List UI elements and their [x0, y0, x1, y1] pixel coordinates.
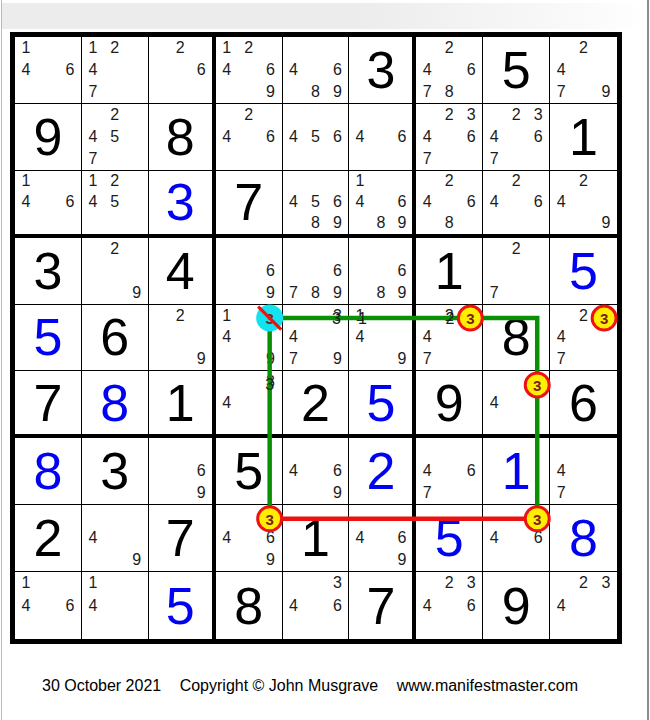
- empty-slot: [505, 527, 527, 549]
- cell-r8c1[interactable]: 2: [15, 505, 82, 572]
- cell-r8c9[interactable]: 8: [550, 505, 617, 572]
- candidate-9: 9: [595, 213, 617, 234]
- candidate-2: 2: [505, 104, 527, 126]
- candidate-6: 6: [391, 192, 412, 213]
- candidate-1: 1: [82, 572, 104, 594]
- empty-slot: [391, 505, 412, 527]
- candidate-4: 4: [82, 594, 104, 616]
- empty-slot: [238, 549, 260, 571]
- candidate-2: 2: [505, 238, 527, 260]
- cell-r8c6[interactable]: 469: [349, 505, 416, 572]
- pencil-marks: 14689: [349, 171, 412, 234]
- candidate-2: 2: [104, 238, 126, 260]
- empty-slot: [370, 104, 391, 126]
- empty-slot: [82, 260, 104, 282]
- empty-slot: [126, 572, 148, 594]
- cell-r7c6[interactable]: 2: [349, 438, 416, 505]
- candidate-9: 9: [391, 282, 412, 304]
- cell-r3c2[interactable]: 1245: [82, 171, 149, 238]
- candidate-7: 7: [483, 148, 505, 170]
- empty-slot: [326, 438, 348, 460]
- candidate-4: 4: [283, 59, 305, 81]
- cell-r6c2[interactable]: 8: [82, 371, 149, 438]
- cell-r9c3[interactable]: 5: [149, 572, 216, 639]
- cell-r4c8[interactable]: 27: [483, 238, 550, 305]
- empty-slot: [416, 171, 438, 192]
- given-digit: 1: [301, 512, 330, 564]
- empty-slot: [191, 438, 212, 460]
- cell-r9c9[interactable]: 234: [550, 572, 617, 639]
- empty-slot: [483, 371, 505, 392]
- cell-r6c5[interactable]: 2: [283, 371, 350, 438]
- pencil-marks: 469: [349, 505, 412, 571]
- empty-slot: [37, 59, 59, 81]
- empty-slot: [238, 413, 260, 434]
- empty-slot: [216, 348, 238, 370]
- cell-r9c5[interactable]: 346: [283, 572, 350, 639]
- empty-slot: [283, 572, 305, 594]
- empty-slot: [595, 171, 617, 192]
- empty-slot: [505, 413, 527, 434]
- empty-slot: [216, 238, 238, 260]
- candidate-2: 2: [505, 171, 527, 192]
- candidate-4: 4: [483, 527, 505, 549]
- cell-r9c1[interactable]: 146: [15, 572, 82, 639]
- candidate-6: 6: [326, 126, 348, 148]
- empty-slot: [370, 527, 391, 549]
- candidate-6: 6: [391, 260, 412, 282]
- candidate-9: 9: [391, 549, 412, 571]
- empty-slot: [238, 148, 260, 170]
- candidate-4: 4: [483, 126, 505, 148]
- empty-slot: [349, 348, 370, 370]
- empty-slot: [238, 348, 260, 370]
- cell-r8c7[interactable]: 5: [416, 505, 483, 572]
- cell-r7c7[interactable]: 467: [416, 438, 483, 505]
- cell-r9c2[interactable]: 14: [82, 572, 149, 639]
- candidate-6: 6: [527, 527, 549, 549]
- candidate-4: 4: [550, 59, 572, 81]
- cell-r7c1[interactable]: 8: [15, 438, 82, 505]
- cell-r6c1[interactable]: 7: [15, 371, 82, 438]
- cell-r9c4[interactable]: 8: [216, 572, 283, 639]
- empty-slot: [283, 213, 305, 234]
- cell-r6c7[interactable]: 9: [416, 371, 483, 438]
- cell-r4c9[interactable]: 5: [550, 238, 617, 305]
- cell-r5c2[interactable]: 6: [82, 305, 149, 372]
- empty-slot: [370, 148, 391, 170]
- empty-slot: [59, 213, 81, 234]
- empty-slot: [505, 282, 527, 304]
- pencil-marks: 246: [483, 171, 549, 234]
- cell-r6c8[interactable]: 34: [483, 371, 550, 438]
- empty-slot: [191, 327, 212, 349]
- empty-slot: [170, 59, 191, 81]
- empty-slot: [391, 104, 412, 126]
- cell-r1c8[interactable]: 5: [483, 37, 550, 104]
- empty-slot: [238, 126, 260, 148]
- pencil-marks: 34: [483, 371, 549, 434]
- given-digit: 1: [435, 245, 464, 297]
- empty-slot: [595, 192, 617, 213]
- empty-slot: [505, 371, 527, 392]
- empty-slot: [370, 505, 391, 527]
- cell-r1c5[interactable]: 4689: [283, 37, 350, 104]
- pencil-marks: 29: [149, 305, 212, 371]
- empty-slot: [191, 37, 212, 59]
- candidate-9: 9: [326, 213, 348, 234]
- empty-slot: [391, 238, 412, 260]
- candidate-2: 2: [438, 572, 460, 594]
- empty-slot: [438, 126, 460, 148]
- candidate-4: 4: [416, 460, 438, 482]
- cell-r2c8[interactable]: 23467: [483, 104, 550, 171]
- candidate-8: 8: [370, 213, 391, 234]
- candidate-7: 7: [82, 148, 104, 170]
- solved-digit: 3: [166, 176, 195, 228]
- cell-r7c8[interactable]: 1: [483, 438, 550, 505]
- empty-slot: [126, 594, 148, 616]
- empty-slot: [572, 192, 594, 213]
- empty-slot: [527, 282, 549, 304]
- cell-r7c3[interactable]: 69: [149, 438, 216, 505]
- empty-slot: [370, 238, 391, 260]
- empty-slot: [460, 617, 482, 639]
- candidate-5: 5: [305, 192, 327, 213]
- pencil-marks: 4689: [283, 37, 349, 103]
- given-digit: 5: [234, 445, 263, 497]
- cell-r1c4[interactable]: 12469: [216, 37, 283, 104]
- cell-r3c7[interactable]: 2468: [416, 171, 483, 238]
- empty-slot: [104, 505, 126, 527]
- empty-slot: [216, 260, 238, 282]
- empty-slot: [370, 305, 391, 327]
- cell-r6c4[interactable]: 34: [216, 371, 283, 438]
- candidate-3: 3: [460, 104, 482, 126]
- cell-r6c6[interactable]: 5: [349, 371, 416, 438]
- given-digit: 4: [166, 245, 195, 297]
- candidate-3: 3: [260, 305, 282, 327]
- cell-r1c6[interactable]: 3: [349, 37, 416, 104]
- candidate-4: 4: [216, 327, 238, 349]
- empty-slot: [216, 549, 238, 571]
- candidate-3: 3: [260, 505, 282, 527]
- empty-slot: [326, 104, 348, 126]
- candidate-6: 6: [460, 460, 482, 482]
- cell-r1c7[interactable]: 24678: [416, 37, 483, 104]
- empty-slot: [216, 505, 238, 527]
- cell-r4c3[interactable]: 4: [149, 238, 216, 305]
- cell-r7c5[interactable]: 469: [283, 438, 350, 505]
- empty-slot: [572, 594, 594, 616]
- cell-r9c8[interactable]: 9: [483, 572, 550, 639]
- cell-r4c1[interactable]: 3: [15, 238, 82, 305]
- given-digit: 8: [166, 111, 195, 163]
- given-digit: 3: [100, 445, 129, 497]
- empty-slot: [149, 81, 170, 103]
- empty-slot: [260, 392, 282, 413]
- cell-r2c2[interactable]: 2457: [82, 104, 149, 171]
- empty-slot: [104, 282, 126, 304]
- empty-slot: [59, 81, 81, 103]
- candidate-4: 4: [15, 192, 37, 213]
- empty-slot: [170, 482, 191, 504]
- candidate-6: 6: [326, 59, 348, 81]
- cell-r4c4[interactable]: 69: [216, 238, 283, 305]
- candidate-2: 2: [170, 37, 191, 59]
- candidate-6: 6: [260, 527, 282, 549]
- pencil-marks: 14: [82, 572, 148, 639]
- pencil-marks: 2479: [550, 37, 617, 103]
- pencil-marks: 246: [216, 104, 282, 170]
- empty-slot: [326, 148, 348, 170]
- empty-slot: [305, 348, 327, 370]
- sudoku-board: 1461247261246946893246785247992457824645…: [10, 32, 622, 644]
- candidate-4: 4: [216, 527, 238, 549]
- empty-slot: [15, 213, 37, 234]
- empty-slot: [305, 305, 327, 327]
- candidate-9: 9: [260, 81, 282, 103]
- empty-slot: [82, 282, 104, 304]
- cell-r5c3[interactable]: 29: [149, 305, 216, 372]
- cell-r3c8[interactable]: 246: [483, 171, 550, 238]
- empty-slot: [37, 594, 59, 616]
- empty-slot: [283, 37, 305, 59]
- cell-r2c1[interactable]: 9: [15, 104, 82, 171]
- cell-r3c9[interactable]: 249: [550, 171, 617, 238]
- cell-r5c8[interactable]: 8: [483, 305, 550, 372]
- pencil-marks: 1245: [82, 171, 148, 234]
- empty-slot: [370, 192, 391, 213]
- solved-digit: 5: [435, 512, 464, 564]
- cell-r3c6[interactable]: 14689: [349, 171, 416, 238]
- solved-digit: 5: [33, 311, 62, 363]
- empty-slot: [370, 348, 391, 370]
- candidate-4: 4: [82, 527, 104, 549]
- given-digit: 9: [435, 377, 464, 429]
- empty-slot: [595, 348, 617, 370]
- pencil-marks: 49: [82, 505, 148, 571]
- candidate-2: 2: [572, 572, 594, 594]
- empty-slot: [460, 213, 482, 234]
- cell-r4c6[interactable]: 689: [349, 238, 416, 305]
- cell-r2c6[interactable]: 46: [349, 104, 416, 171]
- candidate-9: 9: [126, 549, 148, 571]
- empty-slot: [104, 81, 126, 103]
- candidate-7: 7: [550, 81, 572, 103]
- candidate-4: 4: [416, 594, 438, 616]
- solved-digit: 8: [100, 377, 129, 429]
- empty-slot: [126, 505, 148, 527]
- cell-r4c5[interactable]: 6789: [283, 238, 350, 305]
- empty-slot: [126, 104, 148, 126]
- footer-url[interactable]: www.manifestmaster.com: [397, 677, 578, 694]
- cell-r1c1[interactable]: 146: [15, 37, 82, 104]
- empty-slot: [416, 617, 438, 639]
- cell-r2c7[interactable]: 23467: [416, 104, 483, 171]
- empty-slot: [126, 192, 148, 213]
- empty-slot: [416, 104, 438, 126]
- cell-r5c5[interactable]: 3479: [283, 305, 350, 372]
- empty-slot: [572, 348, 594, 370]
- window-frame-right: [647, 0, 649, 720]
- pencil-marks: 249: [550, 171, 617, 234]
- given-digit: 2: [301, 377, 330, 429]
- empty-slot: [37, 37, 59, 59]
- cell-r8c3[interactable]: 7: [149, 505, 216, 572]
- candidate-6: 6: [326, 260, 348, 282]
- empty-slot: [460, 148, 482, 170]
- empty-slot: [82, 104, 104, 126]
- empty-slot: [349, 104, 370, 126]
- candidate-9: 9: [391, 348, 412, 370]
- empty-slot: [126, 617, 148, 639]
- empty-slot: [460, 327, 482, 349]
- pencil-marks: 689: [349, 238, 412, 304]
- cell-r2c5[interactable]: 456: [283, 104, 350, 171]
- cell-r5c7[interactable]: 2347: [416, 305, 483, 372]
- given-digit: 9: [33, 111, 62, 163]
- empty-slot: [82, 505, 104, 527]
- empty-slot: [505, 192, 527, 213]
- cell-r7c4[interactable]: 5: [216, 438, 283, 505]
- cell-r2c4[interactable]: 246: [216, 104, 283, 171]
- empty-slot: [550, 572, 572, 594]
- empty-slot: [170, 348, 191, 370]
- candidate-6: 6: [326, 192, 348, 213]
- candidate-4: 4: [416, 327, 438, 349]
- cell-r3c1[interactable]: 146: [15, 171, 82, 238]
- pencil-marks: 146: [15, 572, 81, 639]
- empty-slot: [260, 37, 282, 59]
- cell-r9c6[interactable]: 7: [349, 572, 416, 639]
- cell-r8c4[interactable]: 3469: [216, 505, 283, 572]
- empty-slot: [238, 305, 260, 327]
- candidate-3: 3: [326, 305, 348, 327]
- empty-slot: [283, 171, 305, 192]
- empty-slot: [572, 460, 594, 482]
- pencil-marks: 146: [15, 171, 81, 234]
- candidate-4: 4: [349, 527, 370, 549]
- candidate-8: 8: [305, 282, 327, 304]
- cell-r1c3[interactable]: 26: [149, 37, 216, 104]
- cell-r3c4[interactable]: 7: [216, 171, 283, 238]
- given-digit: 9: [502, 580, 531, 632]
- empty-slot: [505, 549, 527, 571]
- empty-slot: [572, 482, 594, 504]
- candidate-7: 7: [550, 482, 572, 504]
- cell-r2c9[interactable]: 1: [550, 104, 617, 171]
- given-digit: 2: [33, 512, 62, 564]
- candidate-4: 4: [349, 192, 370, 213]
- cell-r5c6[interactable]: 149: [349, 305, 416, 372]
- cell-r9c7[interactable]: 2346: [416, 572, 483, 639]
- empty-slot: [82, 238, 104, 260]
- candidate-6: 6: [260, 260, 282, 282]
- cell-r4c7[interactable]: 1: [416, 238, 483, 305]
- cell-r4c2[interactable]: 29: [82, 238, 149, 305]
- cell-r6c9[interactable]: 6: [550, 371, 617, 438]
- empty-slot: [126, 260, 148, 282]
- candidate-1: 1: [82, 37, 104, 59]
- empty-slot: [305, 238, 327, 260]
- pencil-marks: 346: [283, 572, 349, 639]
- cell-r8c8[interactable]: 346: [483, 505, 550, 572]
- empty-slot: [527, 148, 549, 170]
- cell-r7c9[interactable]: 47: [550, 438, 617, 505]
- pencil-marks: 146: [15, 37, 81, 103]
- empty-slot: [260, 327, 282, 349]
- empty-slot: [349, 213, 370, 234]
- empty-slot: [216, 81, 238, 103]
- empty-slot: [305, 617, 327, 639]
- empty-slot: [238, 371, 260, 392]
- empty-slot: [126, 81, 148, 103]
- cell-r1c9[interactable]: 2479: [550, 37, 617, 104]
- candidate-4: 4: [483, 192, 505, 213]
- empty-slot: [305, 148, 327, 170]
- pencil-marks: 6789: [283, 238, 349, 304]
- empty-slot: [416, 305, 438, 327]
- empty-slot: [82, 213, 104, 234]
- empty-slot: [59, 171, 81, 192]
- cell-r5c9[interactable]: 2347: [550, 305, 617, 372]
- empty-slot: [527, 238, 549, 260]
- empty-slot: [505, 392, 527, 413]
- empty-slot: [149, 348, 170, 370]
- empty-slot: [126, 148, 148, 170]
- empty-slot: [305, 482, 327, 504]
- empty-slot: [305, 37, 327, 59]
- cell-r7c2[interactable]: 3: [82, 438, 149, 505]
- empty-slot: [126, 527, 148, 549]
- empty-slot: [505, 505, 527, 527]
- empty-slot: [37, 192, 59, 213]
- candidate-6: 6: [59, 192, 81, 213]
- empty-slot: [104, 594, 126, 616]
- empty-slot: [460, 37, 482, 59]
- empty-slot: [37, 171, 59, 192]
- cell-r8c5[interactable]: 1: [283, 505, 350, 572]
- candidate-7: 7: [283, 348, 305, 370]
- candidate-8: 8: [305, 213, 327, 234]
- cell-r3c5[interactable]: 45689: [283, 171, 350, 238]
- empty-slot: [104, 213, 126, 234]
- cell-r5c1[interactable]: 5: [15, 305, 82, 372]
- cell-r2c3[interactable]: 8: [149, 104, 216, 171]
- cell-r8c2[interactable]: 49: [82, 505, 149, 572]
- candidate-7: 7: [550, 348, 572, 370]
- candidate-1: 1: [349, 171, 370, 192]
- empty-slot: [126, 171, 148, 192]
- empty-slot: [572, 59, 594, 81]
- candidate-9: 9: [260, 348, 282, 370]
- candidate-9: 9: [595, 81, 617, 103]
- empty-slot: [550, 171, 572, 192]
- cell-r5c4[interactable]: 1349: [216, 305, 283, 372]
- pencil-marks: 47: [550, 438, 617, 504]
- empty-slot: [483, 505, 505, 527]
- candidate-9: 9: [326, 348, 348, 370]
- empty-slot: [260, 413, 282, 434]
- given-digit: 7: [33, 377, 62, 429]
- given-digit: 1: [166, 377, 195, 429]
- cell-r6c3[interactable]: 1: [149, 371, 216, 438]
- cell-r3c3[interactable]: 3: [149, 171, 216, 238]
- empty-slot: [37, 213, 59, 234]
- cell-r1c2[interactable]: 1247: [82, 37, 149, 104]
- empty-slot: [527, 549, 549, 571]
